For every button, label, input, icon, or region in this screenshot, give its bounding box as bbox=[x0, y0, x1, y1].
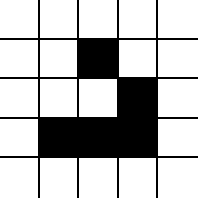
cell-r3c4[interactable] bbox=[158, 119, 198, 159]
cell-r4c1[interactable] bbox=[40, 158, 80, 198]
cell-r0c4[interactable] bbox=[158, 0, 198, 40]
cell-r0c2[interactable] bbox=[79, 0, 119, 40]
cell-r3c2[interactable] bbox=[79, 119, 119, 159]
cell-r3c0[interactable] bbox=[0, 119, 40, 159]
cell-r1c0[interactable] bbox=[0, 40, 40, 80]
cell-r0c1[interactable] bbox=[40, 0, 80, 40]
cell-r2c0[interactable] bbox=[0, 79, 40, 119]
cell-r0c0[interactable] bbox=[0, 0, 40, 40]
cell-r2c3[interactable] bbox=[119, 79, 159, 119]
cell-r2c2[interactable] bbox=[79, 79, 119, 119]
cell-r4c3[interactable] bbox=[119, 158, 159, 198]
cell-r4c4[interactable] bbox=[158, 158, 198, 198]
cell-r1c1[interactable] bbox=[40, 40, 80, 80]
cell-r3c1[interactable] bbox=[40, 119, 80, 159]
board bbox=[0, 0, 198, 198]
cell-r3c3[interactable] bbox=[119, 119, 159, 159]
cell-r1c3[interactable] bbox=[119, 40, 159, 80]
cell-r0c3[interactable] bbox=[119, 0, 159, 40]
cell-r1c2[interactable] bbox=[79, 40, 119, 80]
cell-r1c4[interactable] bbox=[158, 40, 198, 80]
cell-r2c4[interactable] bbox=[158, 79, 198, 119]
cell-r4c0[interactable] bbox=[0, 158, 40, 198]
cell-r4c2[interactable] bbox=[79, 158, 119, 198]
cell-r2c1[interactable] bbox=[40, 79, 80, 119]
